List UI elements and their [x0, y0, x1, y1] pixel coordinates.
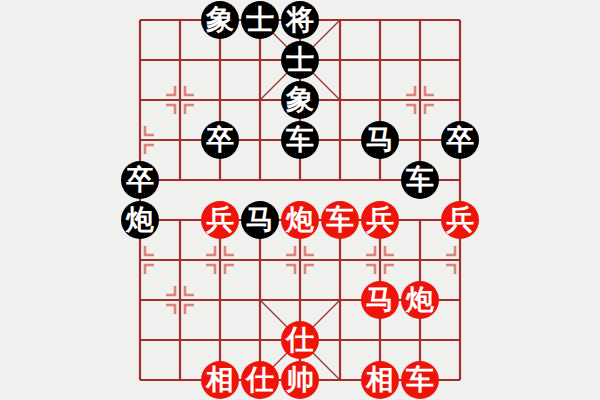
piece-red-仕[interactable]: 仕 [241, 361, 279, 399]
piece-red-马[interactable]: 马 [361, 281, 399, 319]
piece-black-马[interactable]: 马 [361, 121, 399, 159]
piece-red-相[interactable]: 相 [201, 361, 239, 399]
page-background: 象士将士象卒车马卒卒车炮马兵炮车兵兵马炮仕相仕帅相车 [0, 0, 600, 400]
piece-black-象[interactable]: 象 [281, 81, 319, 119]
piece-black-马[interactable]: 马 [241, 201, 279, 239]
piece-black-象[interactable]: 象 [201, 1, 239, 39]
piece-red-炮[interactable]: 炮 [281, 201, 319, 239]
piece-red-兵[interactable]: 兵 [441, 201, 479, 239]
piece-black-将[interactable]: 将 [281, 1, 319, 39]
xiangqi-board: 象士将士象卒车马卒卒车炮马兵炮车兵兵马炮仕相仕帅相车 [120, 0, 480, 400]
piece-red-相[interactable]: 相 [361, 361, 399, 399]
piece-black-卒[interactable]: 卒 [121, 161, 159, 199]
piece-black-卒[interactable]: 卒 [201, 121, 239, 159]
pieces-layer: 象士将士象卒车马卒卒车炮马兵炮车兵兵马炮仕相仕帅相车 [120, 0, 480, 400]
piece-red-帅[interactable]: 帅 [281, 361, 319, 399]
piece-red-兵[interactable]: 兵 [201, 201, 239, 239]
piece-red-车[interactable]: 车 [321, 201, 359, 239]
piece-black-车[interactable]: 车 [401, 161, 439, 199]
piece-black-士[interactable]: 士 [281, 41, 319, 79]
piece-black-卒[interactable]: 卒 [441, 121, 479, 159]
piece-black-车[interactable]: 车 [281, 121, 319, 159]
piece-red-炮[interactable]: 炮 [401, 281, 439, 319]
piece-red-兵[interactable]: 兵 [361, 201, 399, 239]
piece-black-士[interactable]: 士 [241, 1, 279, 39]
piece-red-仕[interactable]: 仕 [281, 321, 319, 359]
piece-red-车[interactable]: 车 [401, 361, 439, 399]
piece-black-炮[interactable]: 炮 [121, 201, 159, 239]
